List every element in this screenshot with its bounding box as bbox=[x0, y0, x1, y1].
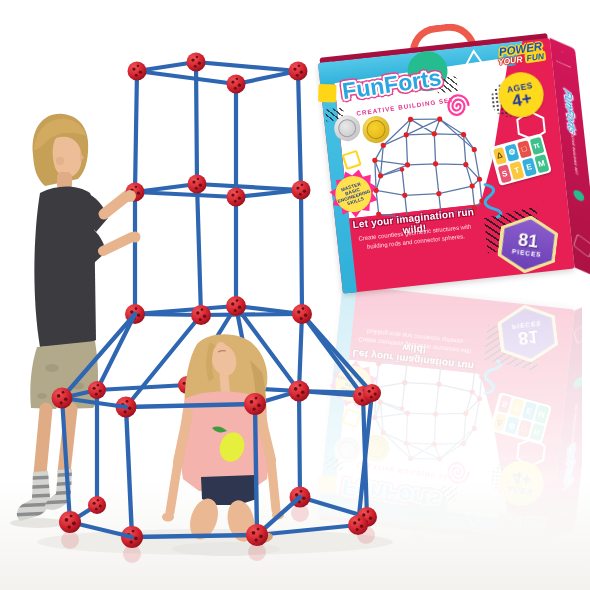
product-photo: FunForts CREATIVE BUILDING SET bbox=[0, 0, 590, 590]
scene bbox=[0, 0, 590, 590]
boy-hand-upper bbox=[124, 190, 136, 202]
boy-hand-lower bbox=[130, 232, 141, 243]
boy bbox=[12, 114, 132, 521]
girl bbox=[162, 334, 284, 545]
